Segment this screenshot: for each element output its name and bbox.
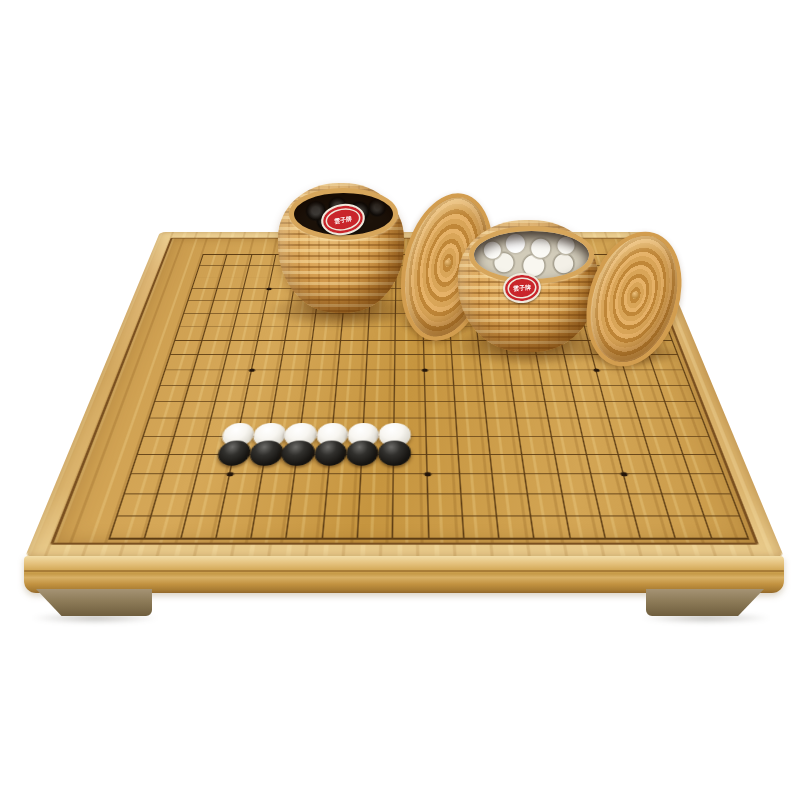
grid-cell bbox=[190, 370, 223, 386]
grid-cell bbox=[571, 385, 605, 401]
grid-cell bbox=[366, 370, 396, 386]
grid-cell bbox=[583, 436, 619, 455]
grid-cell bbox=[170, 436, 207, 455]
grid-cell bbox=[513, 385, 545, 401]
grid-cell bbox=[309, 355, 339, 370]
grid-cell bbox=[428, 516, 464, 539]
grid-cell bbox=[482, 370, 513, 386]
grid-cell bbox=[453, 370, 483, 386]
stone-bowl-white: 雲子牌 bbox=[458, 220, 598, 352]
grid-cell bbox=[394, 474, 428, 494]
grid-cell bbox=[427, 474, 461, 494]
grid-cell bbox=[180, 402, 215, 419]
grid-cell bbox=[175, 419, 211, 437]
grid-cell bbox=[337, 370, 367, 386]
grid-cell bbox=[548, 419, 583, 437]
grid-cell bbox=[221, 495, 259, 516]
grid-cell bbox=[227, 341, 258, 355]
brand-sticker-text: 雲子牌 bbox=[513, 284, 531, 292]
grid-cell bbox=[597, 370, 630, 386]
grid-cell bbox=[515, 402, 548, 419]
grid-cell bbox=[293, 474, 329, 494]
board-front-edge bbox=[24, 556, 784, 593]
grid-cell bbox=[283, 341, 313, 355]
grid-cell bbox=[395, 385, 425, 401]
grid-cell bbox=[281, 355, 312, 370]
grid-cell bbox=[459, 455, 493, 474]
grid-cell bbox=[240, 289, 269, 301]
grid-cell bbox=[219, 370, 252, 386]
star-point bbox=[421, 368, 427, 371]
grid-cell bbox=[252, 355, 283, 370]
board-foot-right bbox=[646, 589, 764, 616]
grid-cell bbox=[256, 495, 293, 516]
grid-cell bbox=[245, 385, 278, 401]
grid-cell bbox=[425, 385, 455, 401]
grid-cell bbox=[252, 516, 290, 539]
grid-cell bbox=[591, 474, 629, 494]
grid-cell bbox=[323, 516, 360, 539]
grid-cell bbox=[221, 266, 249, 277]
grid-cell bbox=[211, 301, 241, 314]
grid-cell bbox=[185, 385, 219, 401]
grid-cell bbox=[180, 314, 211, 327]
grid-cell bbox=[395, 402, 426, 419]
grid-cell bbox=[495, 495, 532, 516]
grid-cell bbox=[568, 370, 601, 386]
grid-cell bbox=[272, 402, 305, 419]
grid-cell bbox=[677, 436, 715, 455]
grid-cell bbox=[704, 516, 747, 539]
grid-cell bbox=[259, 474, 295, 494]
grid-cell bbox=[335, 385, 366, 401]
grid-cell bbox=[394, 495, 429, 516]
grid-cell bbox=[175, 327, 207, 341]
grid-cell bbox=[424, 370, 454, 386]
grid-cell bbox=[192, 474, 230, 494]
grid-cell bbox=[596, 495, 635, 516]
grid-cell bbox=[152, 495, 192, 516]
grid-cell bbox=[184, 301, 214, 314]
grid-cell bbox=[192, 277, 221, 289]
grid-cell bbox=[665, 402, 701, 419]
grid-cell bbox=[305, 385, 336, 401]
grid-cell bbox=[566, 516, 606, 539]
grid-cell bbox=[307, 370, 338, 386]
grid-cell bbox=[187, 495, 226, 516]
grid-cell bbox=[181, 516, 221, 539]
grid-cell bbox=[367, 355, 396, 370]
board-foot-left bbox=[36, 589, 152, 616]
grid-cell bbox=[230, 327, 260, 341]
star-point bbox=[593, 368, 600, 371]
grid-cell bbox=[683, 455, 723, 474]
grid-cell bbox=[287, 516, 324, 539]
product-photo: 雲子牌 雲子牌 bbox=[0, 0, 800, 800]
grid-cell bbox=[455, 402, 487, 419]
grid-cell bbox=[196, 266, 224, 277]
grid-cell bbox=[216, 516, 255, 539]
grid-cell bbox=[364, 402, 395, 419]
grid-cell bbox=[255, 341, 286, 355]
grid-cell bbox=[365, 385, 395, 401]
grid-cell bbox=[188, 289, 218, 301]
grid-cell bbox=[164, 455, 202, 474]
grid-cell bbox=[461, 495, 497, 516]
grid-cell bbox=[275, 385, 307, 401]
grid-cell bbox=[339, 341, 368, 355]
grid-cell bbox=[545, 402, 579, 419]
black-stone bbox=[345, 440, 379, 465]
brand-sticker-text: 雲子牌 bbox=[333, 215, 352, 224]
grid-cell bbox=[325, 495, 361, 516]
grid-cell bbox=[396, 341, 424, 355]
grid-cell bbox=[542, 385, 575, 401]
grid-cell bbox=[242, 402, 276, 419]
grid-cell bbox=[575, 402, 609, 419]
grid-cell bbox=[654, 370, 689, 386]
grid-cell bbox=[341, 327, 369, 341]
grid-cell bbox=[334, 402, 366, 419]
grid-cell bbox=[552, 436, 588, 455]
grid-cell bbox=[215, 385, 248, 401]
grid-cell bbox=[520, 436, 555, 455]
grid-cell bbox=[360, 474, 394, 494]
grid-cell bbox=[158, 474, 197, 494]
grid-cell bbox=[579, 419, 614, 437]
grid-cell bbox=[460, 474, 495, 494]
grid-cell bbox=[456, 419, 489, 437]
grid-cell bbox=[286, 327, 315, 341]
grid-cell bbox=[207, 314, 237, 327]
grid-cell bbox=[393, 516, 428, 539]
grid-cell bbox=[671, 419, 708, 437]
grid-cell bbox=[510, 370, 542, 386]
grid-cell bbox=[457, 436, 490, 455]
grid-cell bbox=[526, 474, 563, 494]
grid-cell bbox=[166, 355, 199, 370]
grid-cell bbox=[491, 455, 526, 474]
grid-cell bbox=[290, 495, 326, 516]
grid-cell bbox=[690, 474, 731, 494]
grid-cell bbox=[368, 341, 396, 355]
grid-cell bbox=[529, 495, 567, 516]
grid-cell bbox=[559, 474, 596, 494]
grid-cell bbox=[313, 327, 342, 341]
grid-cell bbox=[497, 516, 535, 539]
grid-cell bbox=[171, 341, 203, 355]
grid-cell bbox=[338, 355, 368, 370]
grid-cell bbox=[518, 419, 552, 437]
grid-cell bbox=[562, 495, 600, 516]
black-stone bbox=[378, 440, 411, 465]
grid-cell bbox=[485, 402, 517, 419]
grid-cell bbox=[601, 516, 641, 539]
grid-cell bbox=[428, 495, 463, 516]
grid-cell bbox=[237, 301, 266, 314]
grid-cell bbox=[249, 370, 281, 386]
grid-cell bbox=[555, 455, 591, 474]
grid-cell bbox=[214, 289, 243, 301]
grid-cell bbox=[427, 455, 460, 474]
grid-cell bbox=[395, 370, 424, 386]
grid-cell bbox=[194, 355, 226, 370]
grid-cell bbox=[487, 419, 520, 437]
grid-cell bbox=[199, 341, 231, 355]
grid-cell bbox=[327, 474, 362, 494]
grid-cell bbox=[454, 385, 485, 401]
grid-cell bbox=[426, 419, 458, 437]
grid-cell bbox=[258, 327, 288, 341]
grid-cell bbox=[146, 516, 187, 539]
grid-cell bbox=[493, 474, 529, 494]
star-point bbox=[424, 472, 431, 476]
grid-cell bbox=[396, 355, 425, 370]
star-point bbox=[620, 472, 628, 476]
grid-cell bbox=[659, 385, 695, 401]
grid-cell bbox=[211, 402, 245, 419]
grid-cell bbox=[697, 495, 739, 516]
grid-cell bbox=[278, 370, 309, 386]
grid-cell bbox=[587, 455, 624, 474]
grid-cell bbox=[303, 402, 335, 419]
grid-cell bbox=[368, 327, 396, 341]
grid-cell bbox=[226, 474, 263, 494]
grid-cell bbox=[358, 516, 394, 539]
grid-cell bbox=[523, 455, 559, 474]
grid-cell bbox=[426, 436, 459, 455]
grid-cell bbox=[532, 516, 571, 539]
grid-cell bbox=[218, 277, 246, 289]
grid-cell bbox=[359, 495, 394, 516]
grid-cell bbox=[425, 402, 456, 419]
grid-cell bbox=[489, 436, 523, 455]
grid-cell bbox=[246, 266, 273, 277]
stone-bowl-black: 雲子牌 bbox=[278, 183, 404, 313]
grid-cell bbox=[225, 255, 252, 266]
grid-cell bbox=[200, 255, 228, 266]
grid-cell bbox=[311, 341, 340, 355]
grid-cell bbox=[249, 255, 276, 266]
grid-cell bbox=[539, 370, 571, 386]
grid-cell bbox=[424, 355, 453, 370]
grid-cell bbox=[203, 327, 234, 341]
grid-cell bbox=[483, 385, 515, 401]
grid-cell bbox=[463, 516, 500, 539]
grid-cell bbox=[234, 314, 264, 327]
